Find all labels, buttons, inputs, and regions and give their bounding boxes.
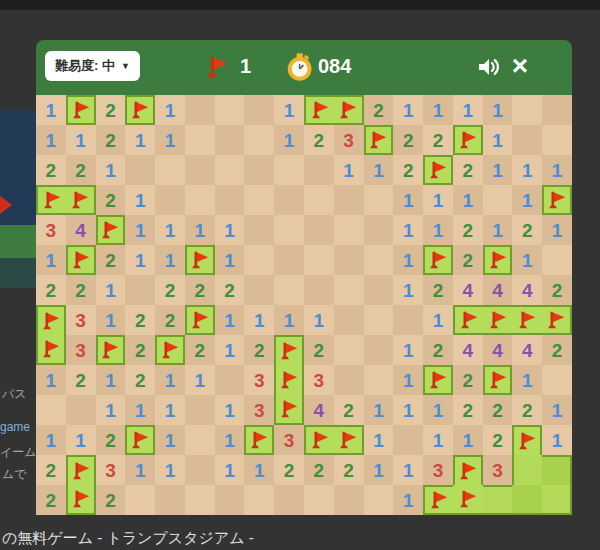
mine-count-1: 1: [552, 221, 563, 240]
cell-r5c4[interactable]: 1: [125, 215, 155, 245]
cell-r1c2[interactable]: [66, 95, 96, 125]
cell-r5c7[interactable]: 1: [215, 215, 245, 245]
cell-r13c11[interactable]: 2: [334, 455, 364, 485]
cell-r4c9[interactable]: [274, 185, 304, 215]
mine-count-1: 1: [433, 221, 444, 240]
cell-r5c8[interactable]: [244, 215, 274, 245]
cell-r1c15[interactable]: 1: [453, 95, 483, 125]
cell-r8c1[interactable]: [36, 305, 66, 335]
cell-r3c8[interactable]: [244, 155, 274, 185]
cell-r5c16[interactable]: 1: [483, 215, 513, 245]
cell-r8c7[interactable]: 1: [215, 305, 245, 335]
mine-count-1: 1: [552, 401, 563, 420]
mine-count-1: 1: [254, 311, 265, 330]
cell-r6c17[interactable]: 1: [512, 245, 542, 275]
cell-r3c1[interactable]: 2: [36, 155, 66, 185]
cell-r3c10[interactable]: [304, 155, 334, 185]
cell-r6c2[interactable]: [66, 245, 96, 275]
cell-r10c8[interactable]: 3: [244, 365, 274, 395]
cell-r11c4[interactable]: 1: [125, 395, 155, 425]
cell-r2c12[interactable]: [364, 125, 394, 155]
cell-r2c10[interactable]: 2: [304, 125, 334, 155]
mine-count-3: 3: [105, 461, 116, 480]
cell-r10c3[interactable]: 1: [96, 365, 126, 395]
cell-r12c6[interactable]: [185, 425, 215, 455]
cell-r1c11[interactable]: [334, 95, 364, 125]
cell-r11c17[interactable]: 2: [512, 395, 542, 425]
cell-r4c14[interactable]: 1: [423, 185, 453, 215]
cell-r7c16[interactable]: 4: [483, 275, 513, 305]
cell-r4c3[interactable]: 2: [96, 185, 126, 215]
cell-r9c17[interactable]: 4: [512, 335, 542, 365]
cell-r2c7[interactable]: [215, 125, 245, 155]
cell-r5c12[interactable]: [364, 215, 394, 245]
flag-icon: [129, 99, 151, 121]
cell-r14c18[interactable]: [542, 485, 572, 515]
cell-r14c8[interactable]: [244, 485, 274, 515]
cell-r12c9[interactable]: 3: [274, 425, 304, 455]
cell-r12c15[interactable]: 1: [453, 425, 483, 455]
cell-r8c6[interactable]: [185, 305, 215, 335]
cell-r3c14[interactable]: [423, 155, 453, 185]
difficulty-dropdown[interactable]: 難易度: 中 ▼: [45, 51, 140, 81]
cell-r3c16[interactable]: 1: [483, 155, 513, 185]
cell-r9c16[interactable]: 4: [483, 335, 513, 365]
cell-r10c10[interactable]: 3: [304, 365, 334, 395]
flag-icon: [309, 429, 331, 451]
sound-button[interactable]: [476, 55, 500, 79]
cell-r14c10[interactable]: [304, 485, 334, 515]
cell-r14c5[interactable]: [155, 485, 185, 515]
cell-r6c1[interactable]: 1: [36, 245, 66, 275]
cell-r7c14[interactable]: 2: [423, 275, 453, 305]
cell-r12c5[interactable]: 1: [155, 425, 185, 455]
cell-r4c2[interactable]: [66, 185, 96, 215]
cell-r1c7[interactable]: [215, 95, 245, 125]
cell-r2c17[interactable]: [512, 125, 542, 155]
mine-count-2: 2: [46, 161, 57, 180]
cell-r3c9[interactable]: [274, 155, 304, 185]
cell-r14c9[interactable]: [274, 485, 304, 515]
cell-r13c6[interactable]: [185, 455, 215, 485]
mine-count-1: 1: [492, 161, 503, 180]
cell-r8c10[interactable]: 1: [304, 305, 334, 335]
cell-r6c9[interactable]: [274, 245, 304, 275]
flag-icon: [337, 429, 359, 451]
cell-r3c17[interactable]: 1: [512, 155, 542, 185]
mine-count-1: 1: [75, 431, 86, 450]
cell-r3c13[interactable]: 2: [393, 155, 423, 185]
cell-r14c3[interactable]: 2: [96, 485, 126, 515]
cell-r10c4[interactable]: 2: [125, 365, 155, 395]
cell-r12c2[interactable]: 1: [66, 425, 96, 455]
cell-r2c15[interactable]: [453, 125, 483, 155]
cell-r9c15[interactable]: 4: [453, 335, 483, 365]
cell-r12c16[interactable]: 2: [483, 425, 513, 455]
mine-count-2: 2: [46, 491, 57, 510]
mine-count-1: 1: [403, 371, 414, 390]
cell-r5c11[interactable]: [334, 215, 364, 245]
cell-r3c3[interactable]: 1: [96, 155, 126, 185]
cell-r8c8[interactable]: 1: [244, 305, 274, 335]
cell-r13c5[interactable]: 1: [155, 455, 185, 485]
cell-r10c6[interactable]: 1: [185, 365, 215, 395]
cell-r7c5[interactable]: 2: [155, 275, 185, 305]
cell-r10c17[interactable]: 1: [512, 365, 542, 395]
cell-r9c1[interactable]: [36, 335, 66, 365]
cell-r7c4[interactable]: [125, 275, 155, 305]
cell-r6c16[interactable]: [483, 245, 513, 275]
mine-count-1: 1: [403, 101, 414, 120]
cell-r5c9[interactable]: [274, 215, 304, 245]
cell-r8c13[interactable]: [393, 305, 423, 335]
cell-r1c16[interactable]: 1: [483, 95, 513, 125]
cell-r9c4[interactable]: 2: [125, 335, 155, 365]
cell-r13c17[interactable]: [512, 455, 542, 485]
cell-r10c14[interactable]: [423, 365, 453, 395]
cell-r11c2[interactable]: [66, 395, 96, 425]
cell-r4c4[interactable]: 1: [125, 185, 155, 215]
cell-r10c7[interactable]: [215, 365, 245, 395]
cell-r1c14[interactable]: 1: [423, 95, 453, 125]
cell-r14c2[interactable]: [66, 485, 96, 515]
cell-r6c14[interactable]: [423, 245, 453, 275]
mine-count-1: 1: [224, 461, 235, 480]
cell-r10c13[interactable]: 1: [393, 365, 423, 395]
cell-r7c15[interactable]: 4: [453, 275, 483, 305]
cell-r4c8[interactable]: [244, 185, 274, 215]
cell-r13c14[interactable]: 3: [423, 455, 453, 485]
cell-r9c18[interactable]: 2: [542, 335, 572, 365]
cell-r12c11[interactable]: [334, 425, 364, 455]
cell-r5c17[interactable]: 2: [512, 215, 542, 245]
mine-count-2: 2: [135, 371, 146, 390]
mine-count-1: 1: [433, 191, 444, 210]
cell-r8c16[interactable]: [483, 305, 513, 335]
mine-count-2: 2: [105, 251, 116, 270]
cell-r5c15[interactable]: 2: [453, 215, 483, 245]
cell-r4c11[interactable]: [334, 185, 364, 215]
cell-r6c6[interactable]: [185, 245, 215, 275]
cell-r9c2[interactable]: 3: [66, 335, 96, 365]
cell-r10c18[interactable]: [542, 365, 572, 395]
mine-count-4: 4: [522, 281, 533, 300]
cell-r6c10[interactable]: [304, 245, 334, 275]
mine-count-4: 4: [75, 221, 86, 240]
cell-r8c15[interactable]: [453, 305, 483, 335]
cell-r10c15[interactable]: 2: [453, 365, 483, 395]
cell-r1c12[interactable]: 2: [364, 95, 394, 125]
mine-count-1: 1: [46, 251, 57, 270]
cell-r7c9[interactable]: [274, 275, 304, 305]
cell-r9c13[interactable]: 1: [393, 335, 423, 365]
cell-r5c18[interactable]: 1: [542, 215, 572, 245]
cell-r6c3[interactable]: 2: [96, 245, 126, 275]
cell-r13c15[interactable]: [453, 455, 483, 485]
flag-icon: [457, 488, 479, 510]
cell-r4c17[interactable]: 1: [512, 185, 542, 215]
cell-r5c2[interactable]: 4: [66, 215, 96, 245]
mine-count-2: 2: [462, 401, 473, 420]
cell-r7c2[interactable]: 2: [66, 275, 96, 305]
cell-r6c12[interactable]: [364, 245, 394, 275]
mine-count-2: 2: [284, 461, 295, 480]
cell-r14c14[interactable]: [423, 485, 453, 515]
cell-r7c1[interactable]: 2: [36, 275, 66, 305]
cell-r5c5[interactable]: 1: [155, 215, 185, 245]
cell-r13c1[interactable]: 2: [36, 455, 66, 485]
cell-r2c14[interactable]: 2: [423, 125, 453, 155]
mine-count-2: 2: [314, 461, 325, 480]
cell-r6c15[interactable]: 2: [453, 245, 483, 275]
cell-r9c7[interactable]: 1: [215, 335, 245, 365]
cell-r5c14[interactable]: 1: [423, 215, 453, 245]
cell-r13c7[interactable]: 1: [215, 455, 245, 485]
mine-count-2: 2: [462, 161, 473, 180]
cell-r2c11[interactable]: 3: [334, 125, 364, 155]
cell-r7c11[interactable]: [334, 275, 364, 305]
cell-r3c7[interactable]: [215, 155, 245, 185]
cell-r14c15[interactable]: [453, 485, 483, 515]
cell-r4c10[interactable]: [304, 185, 334, 215]
cell-r1c17[interactable]: [512, 95, 542, 125]
cell-r3c11[interactable]: 1: [334, 155, 364, 185]
cell-r10c12[interactable]: [364, 365, 394, 395]
cell-r4c6[interactable]: [185, 185, 215, 215]
cell-r5c3[interactable]: [96, 215, 126, 245]
cell-r11c8[interactable]: 3: [244, 395, 274, 425]
cell-r14c4[interactable]: [125, 485, 155, 515]
cell-r13c8[interactable]: 1: [244, 455, 274, 485]
cell-r11c18[interactable]: 1: [542, 395, 572, 425]
cell-r14c17[interactable]: [512, 485, 542, 515]
cell-r3c5[interactable]: [155, 155, 185, 185]
cell-r2c8[interactable]: [244, 125, 274, 155]
mine-count-1: 1: [284, 101, 295, 120]
cell-r9c11[interactable]: [334, 335, 364, 365]
cell-r14c11[interactable]: [334, 485, 364, 515]
close-button[interactable]: ×: [508, 48, 532, 84]
mine-count-2: 2: [492, 431, 503, 450]
mine-count-3: 3: [433, 461, 444, 480]
cell-r11c16[interactable]: 2: [483, 395, 513, 425]
cell-r2c1[interactable]: 1: [36, 125, 66, 155]
mine-count-1: 1: [135, 251, 146, 270]
cell-r8c11[interactable]: [334, 305, 364, 335]
cell-r1c6[interactable]: [185, 95, 215, 125]
cell-r4c15[interactable]: 1: [453, 185, 483, 215]
cell-r4c13[interactable]: 1: [393, 185, 423, 215]
cell-r13c18[interactable]: [542, 455, 572, 485]
cell-r2c18[interactable]: [542, 125, 572, 155]
cell-r6c18[interactable]: [542, 245, 572, 275]
cell-r10c11[interactable]: [334, 365, 364, 395]
cell-r11c14[interactable]: 1: [423, 395, 453, 425]
cell-r6c4[interactable]: 1: [125, 245, 155, 275]
cell-r11c1[interactable]: [36, 395, 66, 425]
cell-r12c10[interactable]: [304, 425, 334, 455]
cell-r4c12[interactable]: [364, 185, 394, 215]
cell-r4c1[interactable]: [36, 185, 66, 215]
cell-r9c14[interactable]: 2: [423, 335, 453, 365]
cell-r12c17[interactable]: [512, 425, 542, 455]
mine-count-1: 1: [254, 461, 265, 480]
cell-r6c13[interactable]: 1: [393, 245, 423, 275]
cell-r4c7[interactable]: [215, 185, 245, 215]
cell-r1c13[interactable]: 1: [393, 95, 423, 125]
cell-r5c10[interactable]: [304, 215, 334, 245]
cell-r6c7[interactable]: 1: [215, 245, 245, 275]
mine-count-1: 1: [522, 191, 533, 210]
cell-r7c10[interactable]: [304, 275, 334, 305]
cell-r14c1[interactable]: 2: [36, 485, 66, 515]
cell-r13c10[interactable]: 2: [304, 455, 334, 485]
cell-r3c4[interactable]: [125, 155, 155, 185]
cell-r2c3[interactable]: 2: [96, 125, 126, 155]
cell-r3c2[interactable]: 2: [66, 155, 96, 185]
cell-r13c13[interactable]: 1: [393, 455, 423, 485]
cell-r12c4[interactable]: [125, 425, 155, 455]
cell-r7c6[interactable]: 2: [185, 275, 215, 305]
cell-r9c3[interactable]: [96, 335, 126, 365]
cell-r6c8[interactable]: [244, 245, 274, 275]
cell-r2c16[interactable]: 1: [483, 125, 513, 155]
flag-icon: [428, 489, 450, 511]
cell-r4c5[interactable]: [155, 185, 185, 215]
cell-r8c18[interactable]: [542, 305, 572, 335]
cell-r11c15[interactable]: 2: [453, 395, 483, 425]
cell-r4c18[interactable]: [542, 185, 572, 215]
cell-r7c3[interactable]: 1: [96, 275, 126, 305]
mine-count-2: 2: [403, 131, 414, 150]
cell-r14c12[interactable]: [364, 485, 394, 515]
cell-r12c8[interactable]: [244, 425, 274, 455]
cell-r10c2[interactable]: 2: [66, 365, 96, 395]
cell-r3c18[interactable]: 1: [542, 155, 572, 185]
cell-r1c5[interactable]: 1: [155, 95, 185, 125]
cell-r7c8[interactable]: [244, 275, 274, 305]
cell-r11c6[interactable]: [185, 395, 215, 425]
cell-r10c1[interactable]: 1: [36, 365, 66, 395]
cell-r13c16[interactable]: 3: [483, 455, 513, 485]
cell-r11c3[interactable]: 1: [96, 395, 126, 425]
cell-r8c12[interactable]: [364, 305, 394, 335]
cell-r11c7[interactable]: 1: [215, 395, 245, 425]
cell-r6c5[interactable]: 1: [155, 245, 185, 275]
cell-r1c18[interactable]: [542, 95, 572, 125]
cell-r11c5[interactable]: 1: [155, 395, 185, 425]
cell-r8c5[interactable]: 2: [155, 305, 185, 335]
cell-r12c12[interactable]: 1: [364, 425, 394, 455]
cell-r3c12[interactable]: 1: [364, 155, 394, 185]
cell-r13c12[interactable]: 1: [364, 455, 394, 485]
mine-count-2: 2: [105, 491, 116, 510]
cell-r1c4[interactable]: [125, 95, 155, 125]
cell-r5c1[interactable]: 3: [36, 215, 66, 245]
mine-count-1: 1: [492, 131, 503, 150]
cell-r8c14[interactable]: 1: [423, 305, 453, 335]
cell-r8c3[interactable]: 1: [96, 305, 126, 335]
cell-r10c9[interactable]: [274, 365, 304, 395]
cell-r14c13[interactable]: 1: [393, 485, 423, 515]
cell-r3c15[interactable]: 2: [453, 155, 483, 185]
cell-r9c9[interactable]: [274, 335, 304, 365]
cell-r4c16[interactable]: [483, 185, 513, 215]
cell-r1c10[interactable]: [304, 95, 334, 125]
cell-r9c8[interactable]: 2: [244, 335, 274, 365]
background-teal-band: [0, 258, 36, 288]
cell-r13c2[interactable]: [66, 455, 96, 485]
cell-r9c6[interactable]: 2: [185, 335, 215, 365]
cell-r10c16[interactable]: [483, 365, 513, 395]
cell-r5c6[interactable]: 1: [185, 215, 215, 245]
cell-r8c9[interactable]: 1: [274, 305, 304, 335]
cell-r12c13[interactable]: [393, 425, 423, 455]
cell-r11c10[interactable]: 4: [304, 395, 334, 425]
cell-r11c13[interactable]: 1: [393, 395, 423, 425]
cell-r12c3[interactable]: 2: [96, 425, 126, 455]
cell-r13c9[interactable]: 2: [274, 455, 304, 485]
mine-count-2: 2: [46, 461, 57, 480]
cell-r9c12[interactable]: [364, 335, 394, 365]
cell-r1c1[interactable]: 1: [36, 95, 66, 125]
mine-count-3: 3: [46, 221, 57, 240]
flag-icon: [70, 249, 92, 271]
cell-r7c7[interactable]: 2: [215, 275, 245, 305]
cell-r11c11[interactable]: 2: [334, 395, 364, 425]
cell-r12c7[interactable]: 1: [215, 425, 245, 455]
cell-r8c4[interactable]: 2: [125, 305, 155, 335]
cell-r1c8[interactable]: [244, 95, 274, 125]
cell-r2c9[interactable]: 1: [274, 125, 304, 155]
cell-r2c2[interactable]: 1: [66, 125, 96, 155]
cell-r7c12[interactable]: [364, 275, 394, 305]
cell-r8c17[interactable]: [512, 305, 542, 335]
cell-r14c7[interactable]: [215, 485, 245, 515]
cell-r2c13[interactable]: 2: [393, 125, 423, 155]
chevron-down-icon: ▼: [121, 61, 130, 71]
cell-r13c4[interactable]: 1: [125, 455, 155, 485]
cell-r2c6[interactable]: [185, 125, 215, 155]
cell-r7c17[interactable]: 4: [512, 275, 542, 305]
flag-icon: [159, 339, 181, 361]
cell-r12c1[interactable]: 1: [36, 425, 66, 455]
cell-r1c9[interactable]: 1: [274, 95, 304, 125]
cell-r7c18[interactable]: 2: [542, 275, 572, 305]
mine-count-2: 2: [314, 131, 325, 150]
cell-r3c6[interactable]: [185, 155, 215, 185]
mine-count-1: 1: [105, 401, 116, 420]
cell-r10c5[interactable]: 1: [155, 365, 185, 395]
cell-r6c11[interactable]: [334, 245, 364, 275]
cell-r12c14[interactable]: 1: [423, 425, 453, 455]
cell-r9c5[interactable]: [155, 335, 185, 365]
cell-r9c10[interactable]: 2: [304, 335, 334, 365]
cell-r13c3[interactable]: 3: [96, 455, 126, 485]
mine-count-1: 1: [433, 401, 444, 420]
cell-r7c13[interactable]: 1: [393, 275, 423, 305]
cell-r12c18[interactable]: 1: [542, 425, 572, 455]
cell-r8c2[interactable]: 3: [66, 305, 96, 335]
cell-r5c13[interactable]: 1: [393, 215, 423, 245]
cell-r14c16[interactable]: [483, 485, 513, 515]
cell-r11c9[interactable]: [274, 395, 304, 425]
cell-r2c4[interactable]: 1: [125, 125, 155, 155]
cell-r2c5[interactable]: 1: [155, 125, 185, 155]
cell-r11c12[interactable]: 1: [364, 395, 394, 425]
cell-r1c3[interactable]: 2: [96, 95, 126, 125]
cell-r14c6[interactable]: [185, 485, 215, 515]
